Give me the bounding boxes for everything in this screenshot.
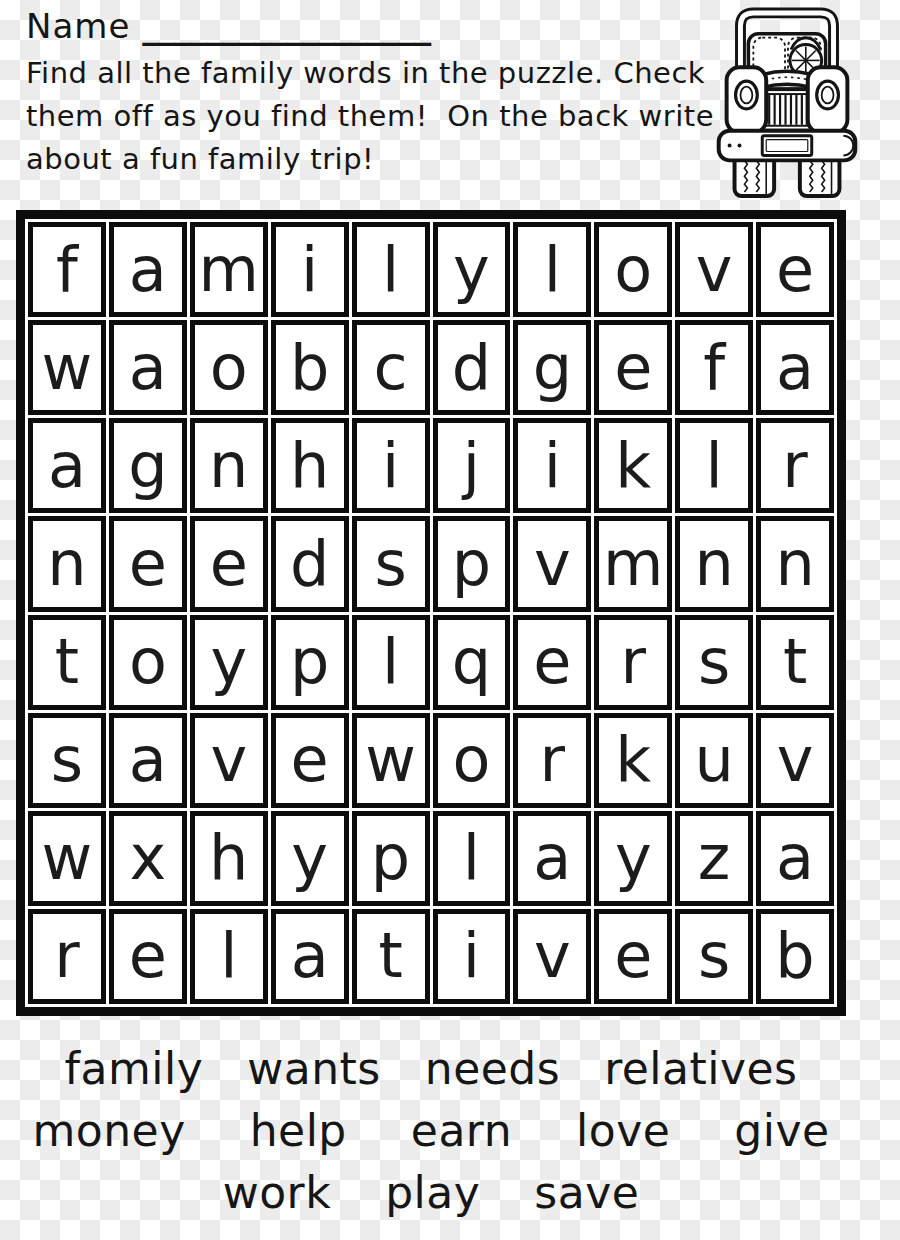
grid-cell-r8c10[interactable]: b: [756, 909, 834, 1004]
grid-cell-r6c6[interactable]: o: [433, 713, 511, 808]
grid-cell-r5c8[interactable]: r: [594, 615, 672, 710]
grid-cell-r6c8[interactable]: k: [594, 713, 672, 808]
grid-cell-r5c9[interactable]: s: [675, 615, 753, 710]
grid-cell-r3c8[interactable]: k: [594, 418, 672, 513]
grid-cell-r7c10[interactable]: a: [756, 811, 834, 906]
grid-cell-r7c6[interactable]: l: [433, 811, 511, 906]
grid-cell-r7c5[interactable]: p: [352, 811, 430, 906]
word-bank-item-relatives[interactable]: relatives: [604, 1038, 797, 1100]
grid-cell-r6c2[interactable]: a: [109, 713, 187, 808]
word-search-grid: familylovewaobcdgefaagnhijiklrneedspvmnn…: [16, 210, 846, 1016]
grid-cell-r5c3[interactable]: y: [190, 615, 268, 710]
grid-cell-r5c10[interactable]: t: [756, 615, 834, 710]
name-label: Name: [26, 6, 130, 46]
grid-cell-r1c4[interactable]: i: [271, 222, 349, 317]
word-bank-item-work[interactable]: work: [223, 1162, 331, 1224]
grid-cell-r8c8[interactable]: e: [594, 909, 672, 1004]
worksheet-page: Name __________________ Find all the fam…: [0, 0, 900, 1240]
instruction-line-1: Find all the family words in the puzzle.…: [26, 52, 726, 95]
truck-icon: [712, 4, 862, 198]
grid-cell-r1c10[interactable]: e: [756, 222, 834, 317]
grid-cell-r8c5[interactable]: t: [352, 909, 430, 1004]
grid-cell-r1c1[interactable]: f: [28, 222, 106, 317]
name-row: Name __________________: [26, 6, 726, 46]
grid-cell-r8c7[interactable]: v: [513, 909, 591, 1004]
grid-cell-r3c9[interactable]: l: [675, 418, 753, 513]
grid-cell-r5c5[interactable]: l: [352, 615, 430, 710]
grid-cell-r2c6[interactable]: d: [433, 320, 511, 415]
word-bank-item-wants[interactable]: wants: [247, 1038, 381, 1100]
instruction-line-3: about a fun family trip!: [26, 138, 726, 181]
grid-cell-r4c4[interactable]: d: [271, 516, 349, 611]
grid-cell-r2c10[interactable]: a: [756, 320, 834, 415]
word-bank-item-save[interactable]: save: [534, 1162, 639, 1224]
grid-cell-r7c4[interactable]: y: [271, 811, 349, 906]
grid-cell-r4c3[interactable]: e: [190, 516, 268, 611]
grid-cell-r4c1[interactable]: n: [28, 516, 106, 611]
word-bank-item-earn[interactable]: earn: [411, 1100, 512, 1162]
word-bank-item-love[interactable]: love: [576, 1100, 670, 1162]
grid-cell-r6c4[interactable]: e: [271, 713, 349, 808]
grid-cell-r3c1[interactable]: a: [28, 418, 106, 513]
grid-cell-r8c2[interactable]: e: [109, 909, 187, 1004]
grid-cell-r6c5[interactable]: w: [352, 713, 430, 808]
grid-cell-r7c7[interactable]: a: [513, 811, 591, 906]
word-bank-item-help[interactable]: help: [250, 1100, 347, 1162]
grid-cell-r1c8[interactable]: o: [594, 222, 672, 317]
grid-cell-r8c1[interactable]: r: [28, 909, 106, 1004]
grid-cell-r4c9[interactable]: n: [675, 516, 753, 611]
grid-cell-r8c3[interactable]: l: [190, 909, 268, 1004]
grid-cell-r2c3[interactable]: o: [190, 320, 268, 415]
grid-cell-r2c7[interactable]: g: [513, 320, 591, 415]
grid-cell-r3c2[interactable]: g: [109, 418, 187, 513]
word-bank-line-2: moneyhelpearnlovegive: [0, 1100, 862, 1162]
grid-cell-r1c3[interactable]: m: [190, 222, 268, 317]
grid-cell-r6c9[interactable]: u: [675, 713, 753, 808]
grid-cell-r1c5[interactable]: l: [352, 222, 430, 317]
grid-cell-r1c6[interactable]: y: [433, 222, 511, 317]
grid-cell-r5c4[interactable]: p: [271, 615, 349, 710]
grid-cell-r8c9[interactable]: s: [675, 909, 753, 1004]
grid-cell-r4c8[interactable]: m: [594, 516, 672, 611]
grid-cell-r7c1[interactable]: w: [28, 811, 106, 906]
grid-cell-r5c7[interactable]: e: [513, 615, 591, 710]
grid-cell-r7c3[interactable]: h: [190, 811, 268, 906]
word-bank-item-family[interactable]: family: [64, 1038, 203, 1100]
grid-cell-r1c7[interactable]: l: [513, 222, 591, 317]
grid-cell-r3c3[interactable]: n: [190, 418, 268, 513]
grid-cell-r7c8[interactable]: y: [594, 811, 672, 906]
grid-cell-r3c6[interactable]: j: [433, 418, 511, 513]
grid-cell-r4c5[interactable]: s: [352, 516, 430, 611]
grid-cell-r2c4[interactable]: b: [271, 320, 349, 415]
grid-cell-r2c2[interactable]: a: [109, 320, 187, 415]
grid-cell-r5c1[interactable]: t: [28, 615, 106, 710]
grid-cell-r3c7[interactable]: i: [513, 418, 591, 513]
grid-cell-r3c5[interactable]: i: [352, 418, 430, 513]
word-bank-item-play[interactable]: play: [385, 1162, 480, 1224]
instruction-line-2: them off as you find them! On the back w…: [26, 95, 726, 138]
grid-cell-r6c3[interactable]: v: [190, 713, 268, 808]
grid-cell-r7c9[interactable]: z: [675, 811, 753, 906]
worksheet-header: Name __________________ Find all the fam…: [26, 6, 726, 181]
grid-cell-r2c8[interactable]: e: [594, 320, 672, 415]
grid-cell-r2c1[interactable]: w: [28, 320, 106, 415]
grid-cell-r6c1[interactable]: s: [28, 713, 106, 808]
name-blank-field[interactable]: __________________: [142, 6, 430, 46]
grid-cell-r6c7[interactable]: r: [513, 713, 591, 808]
grid-cell-r5c6[interactable]: q: [433, 615, 511, 710]
grid-cell-r5c2[interactable]: o: [109, 615, 187, 710]
grid-cell-r3c4[interactable]: h: [271, 418, 349, 513]
grid-cell-r8c4[interactable]: a: [271, 909, 349, 1004]
grid-cell-r1c9[interactable]: v: [675, 222, 753, 317]
grid-cell-r3c10[interactable]: r: [756, 418, 834, 513]
instructions-text: Find all the family words in the puzzle.…: [26, 52, 726, 181]
word-bank-item-needs[interactable]: needs: [425, 1038, 560, 1100]
word-bank-item-money[interactable]: money: [32, 1100, 185, 1162]
grid-cell-r4c2[interactable]: e: [109, 516, 187, 611]
grid-cell-r2c9[interactable]: f: [675, 320, 753, 415]
word-bank-line-3: workplaysave: [0, 1162, 862, 1224]
grid-cell-r8c6[interactable]: i: [433, 909, 511, 1004]
word-bank-line-1: familywantsneedsrelatives: [0, 1038, 862, 1100]
grid-cell-r4c10[interactable]: n: [756, 516, 834, 611]
grid-cell-r4c7[interactable]: v: [513, 516, 591, 611]
word-bank: familywantsneedsrelatives moneyhelpearnl…: [0, 1038, 862, 1224]
grid-cell-r7c2[interactable]: x: [109, 811, 187, 906]
grid-cell-r2c5[interactable]: c: [352, 320, 430, 415]
grid-cell-r4c6[interactable]: p: [433, 516, 511, 611]
word-bank-item-give[interactable]: give: [734, 1100, 829, 1162]
grid-cell-r1c2[interactable]: a: [109, 222, 187, 317]
grid-cell-r6c10[interactable]: v: [756, 713, 834, 808]
